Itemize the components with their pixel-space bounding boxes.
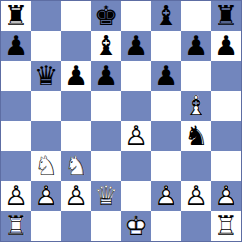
black-queen: ♛ xyxy=(31,61,61,91)
square-d6[interactable]: ♟ xyxy=(91,61,121,91)
square-h8[interactable]: ♜ xyxy=(211,1,241,31)
square-e6[interactable] xyxy=(121,61,151,91)
white-pawn: ♟♙ xyxy=(151,181,181,211)
square-f7[interactable] xyxy=(151,31,181,61)
square-d8[interactable]: ♚ xyxy=(91,1,121,31)
white-pawn: ♟♙ xyxy=(211,181,241,211)
square-f4[interactable] xyxy=(151,121,181,151)
white-pawn: ♟♙ xyxy=(121,121,151,151)
square-d7[interactable]: ♝ xyxy=(91,31,121,61)
square-c2[interactable]: ♟♙ xyxy=(61,181,91,211)
square-h4[interactable] xyxy=(211,121,241,151)
black-pawn: ♟ xyxy=(61,61,91,91)
square-d5[interactable] xyxy=(91,91,121,121)
square-a3[interactable] xyxy=(1,151,31,181)
square-b6[interactable]: ♛ xyxy=(31,61,61,91)
square-e4[interactable]: ♟♙ xyxy=(121,121,151,151)
black-pawn: ♟ xyxy=(121,31,151,61)
square-b7[interactable] xyxy=(31,31,61,61)
square-b4[interactable] xyxy=(31,121,61,151)
square-a6[interactable] xyxy=(1,61,31,91)
square-f2[interactable]: ♟♙ xyxy=(151,181,181,211)
square-b5[interactable] xyxy=(31,91,61,121)
square-d1[interactable] xyxy=(91,211,121,241)
square-c7[interactable] xyxy=(61,31,91,61)
white-knight: ♞♘ xyxy=(31,151,61,181)
square-h1[interactable]: ♜♖ xyxy=(211,211,241,241)
square-e3[interactable] xyxy=(121,151,151,181)
square-h6[interactable] xyxy=(211,61,241,91)
square-e5[interactable] xyxy=(121,91,151,121)
square-h3[interactable] xyxy=(211,151,241,181)
chess-board-frame: ♜♚♝♜♟♝♟♟♟♛♟♟♟♝♗♟♙♞♞♘♞♘♟♙♟♙♟♙♛♕♟♙♟♙♟♙♜♖♚♔… xyxy=(0,0,242,242)
square-b8[interactable] xyxy=(31,1,61,31)
square-a2[interactable]: ♟♙ xyxy=(1,181,31,211)
square-e2[interactable] xyxy=(121,181,151,211)
square-a8[interactable]: ♜ xyxy=(1,1,31,31)
square-b2[interactable]: ♟♙ xyxy=(31,181,61,211)
black-pawn: ♟ xyxy=(1,31,31,61)
square-e8[interactable] xyxy=(121,1,151,31)
square-c3[interactable]: ♞♘ xyxy=(61,151,91,181)
square-g1[interactable] xyxy=(181,211,211,241)
square-d3[interactable] xyxy=(91,151,121,181)
square-g4[interactable]: ♞ xyxy=(181,121,211,151)
white-rook: ♜♖ xyxy=(211,211,241,241)
square-f8[interactable]: ♝ xyxy=(151,1,181,31)
square-c4[interactable] xyxy=(61,121,91,151)
square-f6[interactable]: ♟ xyxy=(151,61,181,91)
square-g6[interactable] xyxy=(181,61,211,91)
white-pawn: ♟♙ xyxy=(1,181,31,211)
square-g7[interactable]: ♟ xyxy=(181,31,211,61)
white-rook: ♜♖ xyxy=(1,211,31,241)
square-c8[interactable] xyxy=(61,1,91,31)
square-a7[interactable]: ♟ xyxy=(1,31,31,61)
chess-board: ♜♚♝♜♟♝♟♟♟♛♟♟♟♝♗♟♙♞♞♘♞♘♟♙♟♙♟♙♛♕♟♙♟♙♟♙♜♖♚♔… xyxy=(1,1,241,241)
square-g3[interactable] xyxy=(181,151,211,181)
square-c6[interactable]: ♟ xyxy=(61,61,91,91)
white-queen: ♛♕ xyxy=(91,181,121,211)
black-king: ♚ xyxy=(91,1,121,31)
square-e1[interactable]: ♚♔ xyxy=(121,211,151,241)
square-c1[interactable] xyxy=(61,211,91,241)
square-g8[interactable] xyxy=(181,1,211,31)
white-pawn: ♟♙ xyxy=(61,181,91,211)
square-e7[interactable]: ♟ xyxy=(121,31,151,61)
white-bishop: ♝♗ xyxy=(181,91,211,121)
black-knight: ♞ xyxy=(181,121,211,151)
square-b3[interactable]: ♞♘ xyxy=(31,151,61,181)
square-c5[interactable] xyxy=(61,91,91,121)
square-f5[interactable] xyxy=(151,91,181,121)
square-h5[interactable] xyxy=(211,91,241,121)
white-king: ♚♔ xyxy=(121,211,151,241)
square-g2[interactable]: ♟♙ xyxy=(181,181,211,211)
black-rook: ♜ xyxy=(1,1,31,31)
square-g5[interactable]: ♝♗ xyxy=(181,91,211,121)
square-f1[interactable] xyxy=(151,211,181,241)
white-knight: ♞♘ xyxy=(61,151,91,181)
black-pawn: ♟ xyxy=(211,31,241,61)
black-pawn: ♟ xyxy=(181,31,211,61)
square-a5[interactable] xyxy=(1,91,31,121)
black-pawn: ♟ xyxy=(151,61,181,91)
square-d2[interactable]: ♛♕ xyxy=(91,181,121,211)
black-rook: ♜ xyxy=(211,1,241,31)
black-bishop: ♝ xyxy=(91,31,121,61)
white-pawn: ♟♙ xyxy=(181,181,211,211)
white-pawn: ♟♙ xyxy=(31,181,61,211)
square-a1[interactable]: ♜♖ xyxy=(1,211,31,241)
square-d4[interactable] xyxy=(91,121,121,151)
black-pawn: ♟ xyxy=(91,61,121,91)
square-h2[interactable]: ♟♙ xyxy=(211,181,241,211)
square-h7[interactable]: ♟ xyxy=(211,31,241,61)
square-f3[interactable] xyxy=(151,151,181,181)
square-a4[interactable] xyxy=(1,121,31,151)
square-b1[interactable] xyxy=(31,211,61,241)
black-bishop: ♝ xyxy=(151,1,181,31)
